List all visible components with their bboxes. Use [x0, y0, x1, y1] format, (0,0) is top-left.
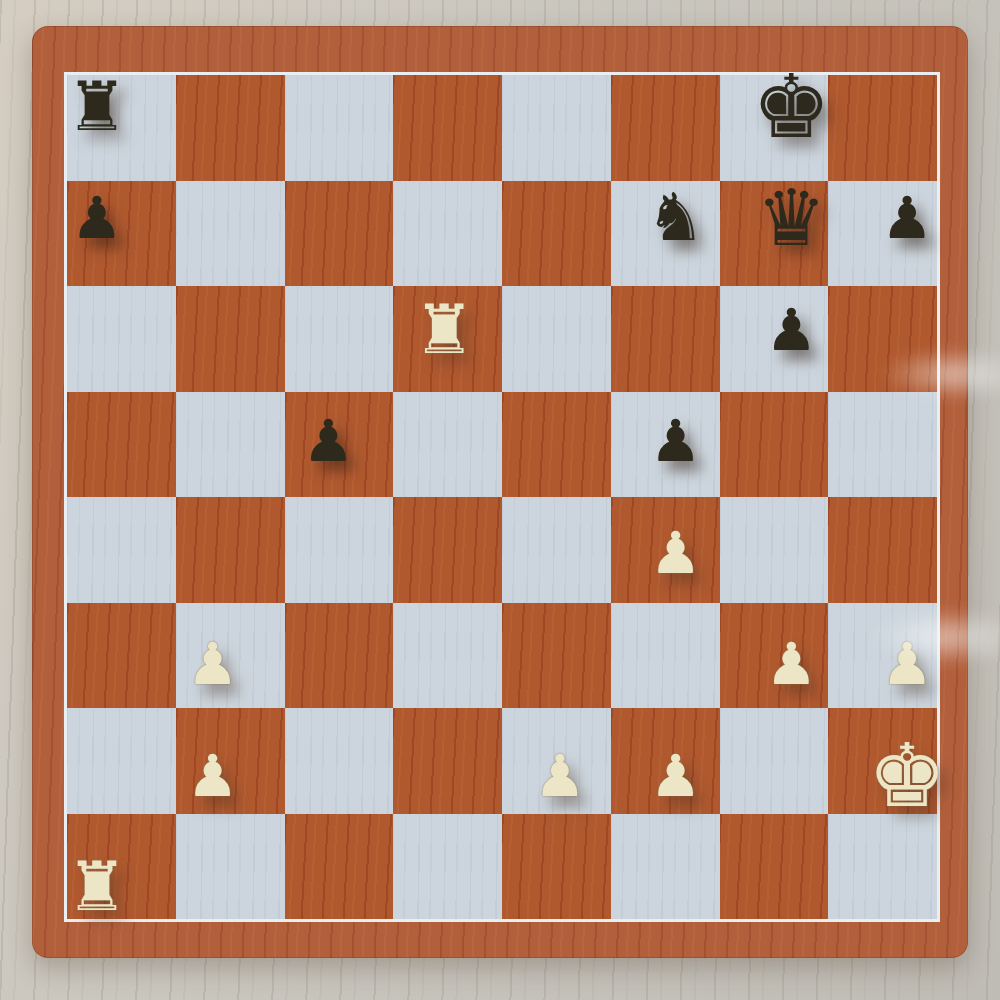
square-h8[interactable]	[828, 75, 937, 181]
square-c6[interactable]	[285, 286, 394, 392]
square-d3[interactable]	[393, 603, 502, 709]
square-d5[interactable]	[393, 392, 502, 498]
square-g6[interactable]: ♟	[720, 286, 829, 392]
square-e2[interactable]: ♟	[502, 708, 611, 814]
square-d8[interactable]	[393, 75, 502, 181]
square-e3[interactable]	[502, 603, 611, 709]
square-d4[interactable]	[393, 497, 502, 603]
square-b1[interactable]	[176, 814, 285, 920]
square-h6[interactable]	[828, 286, 937, 392]
board-grid: ♜♚♟♞♛♟♜♟♟♟♟♟♟♟♟♟♟♚♜	[67, 75, 937, 919]
white-pawn-f4[interactable]: ♟	[650, 524, 702, 582]
black-queen-g7[interactable]: ♛	[756, 179, 826, 257]
white-pawn-b3[interactable]: ♟	[187, 635, 239, 693]
square-c1[interactable]	[285, 814, 394, 920]
square-g2[interactable]	[720, 708, 829, 814]
square-f4[interactable]: ♟	[611, 497, 720, 603]
black-pawn-a7[interactable]: ♟	[71, 189, 123, 247]
square-f6[interactable]	[611, 286, 720, 392]
square-b2[interactable]: ♟	[176, 708, 285, 814]
square-f1[interactable]	[611, 814, 720, 920]
square-h2[interactable]: ♚	[828, 708, 937, 814]
square-g7[interactable]: ♛	[720, 181, 829, 287]
square-d1[interactable]	[393, 814, 502, 920]
square-g1[interactable]	[720, 814, 829, 920]
white-pawn-h3[interactable]: ♟	[881, 635, 933, 693]
square-c2[interactable]	[285, 708, 394, 814]
square-f3[interactable]	[611, 603, 720, 709]
square-e7[interactable]	[502, 181, 611, 287]
black-pawn-f5[interactable]: ♟	[650, 412, 702, 470]
white-rook-a1[interactable]: ♜	[66, 853, 127, 921]
white-king-h2[interactable]: ♚	[868, 732, 947, 820]
square-f7[interactable]: ♞	[611, 181, 720, 287]
chess-board: ♜♚♟♞♛♟♜♟♟♟♟♟♟♟♟♟♟♚♜	[32, 26, 968, 958]
square-d2[interactable]	[393, 708, 502, 814]
black-king-g8[interactable]: ♚	[752, 63, 831, 151]
square-a1[interactable]: ♜	[67, 814, 176, 920]
square-d6[interactable]: ♜	[393, 286, 502, 392]
square-g4[interactable]	[720, 497, 829, 603]
white-rook-d6[interactable]: ♜	[414, 296, 475, 364]
board-inner-border: ♜♚♟♞♛♟♜♟♟♟♟♟♟♟♟♟♟♚♜	[64, 72, 940, 922]
square-c8[interactable]	[285, 75, 394, 181]
square-a3[interactable]	[67, 603, 176, 709]
square-b6[interactable]	[176, 286, 285, 392]
square-c7[interactable]	[285, 181, 394, 287]
square-c4[interactable]	[285, 497, 394, 603]
white-pawn-g3[interactable]: ♟	[765, 635, 817, 693]
square-h1[interactable]	[828, 814, 937, 920]
square-a4[interactable]	[67, 497, 176, 603]
square-b8[interactable]	[176, 75, 285, 181]
square-g8[interactable]: ♚	[720, 75, 829, 181]
square-c3[interactable]	[285, 603, 394, 709]
white-pawn-b2[interactable]: ♟	[187, 747, 239, 805]
square-a2[interactable]	[67, 708, 176, 814]
square-g5[interactable]	[720, 392, 829, 498]
square-b3[interactable]: ♟	[176, 603, 285, 709]
white-pawn-f2[interactable]: ♟	[650, 747, 702, 805]
square-c5[interactable]: ♟	[285, 392, 394, 498]
square-a5[interactable]	[67, 392, 176, 498]
square-b5[interactable]	[176, 392, 285, 498]
square-a7[interactable]: ♟	[67, 181, 176, 287]
square-f5[interactable]: ♟	[611, 392, 720, 498]
square-e6[interactable]	[502, 286, 611, 392]
square-f2[interactable]: ♟	[611, 708, 720, 814]
square-e4[interactable]	[502, 497, 611, 603]
black-pawn-c5[interactable]: ♟	[302, 412, 354, 470]
black-rook-a8[interactable]: ♜	[66, 73, 127, 141]
square-h7[interactable]: ♟	[828, 181, 937, 287]
square-e8[interactable]	[502, 75, 611, 181]
square-h4[interactable]	[828, 497, 937, 603]
white-pawn-e2[interactable]: ♟	[534, 747, 586, 805]
square-d7[interactable]	[393, 181, 502, 287]
square-a8[interactable]: ♜	[67, 75, 176, 181]
square-h5[interactable]	[828, 392, 937, 498]
table-surface: ♜♚♟♞♛♟♜♟♟♟♟♟♟♟♟♟♟♚♜	[0, 0, 1000, 1000]
square-b4[interactable]	[176, 497, 285, 603]
square-h3[interactable]: ♟	[828, 603, 937, 709]
black-knight-f7[interactable]: ♞	[646, 185, 705, 251]
square-b7[interactable]	[176, 181, 285, 287]
square-a6[interactable]	[67, 286, 176, 392]
square-g3[interactable]: ♟	[720, 603, 829, 709]
black-pawn-h7[interactable]: ♟	[881, 189, 933, 247]
square-e1[interactable]	[502, 814, 611, 920]
black-pawn-g6[interactable]: ♟	[765, 301, 817, 359]
square-e5[interactable]	[502, 392, 611, 498]
square-f8[interactable]	[611, 75, 720, 181]
